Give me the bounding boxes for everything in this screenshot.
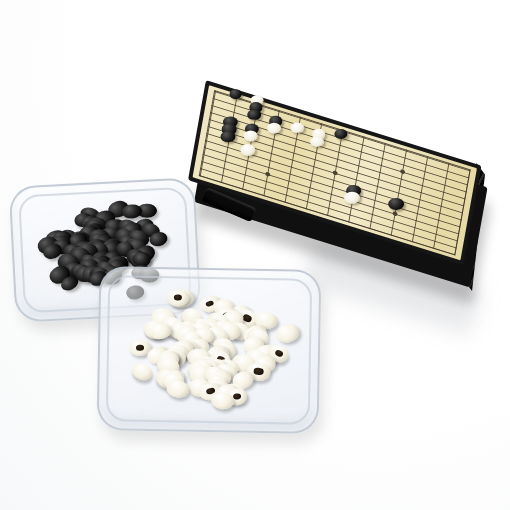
star-point bbox=[265, 171, 270, 176]
go-board bbox=[188, 80, 482, 266]
board-surface bbox=[193, 85, 477, 260]
white-stone-heap bbox=[111, 280, 307, 419]
magnet-dot bbox=[174, 295, 183, 301]
star-point bbox=[332, 170, 337, 175]
board-grid bbox=[199, 90, 471, 256]
white-stone-tray bbox=[97, 266, 322, 434]
white-tray-stone bbox=[149, 322, 173, 341]
white-tray-stone bbox=[165, 379, 190, 399]
white-tray-stone bbox=[129, 360, 154, 383]
star-point bbox=[273, 129, 278, 134]
magnet-dot bbox=[273, 349, 283, 358]
magnet-dot bbox=[233, 393, 242, 400]
magnet-dot bbox=[254, 367, 264, 374]
go-set-product-photo bbox=[0, 0, 510, 510]
magnet-dot bbox=[136, 345, 145, 351]
star-point bbox=[392, 211, 397, 216]
white-tray-stone bbox=[274, 322, 301, 345]
star-point bbox=[400, 169, 405, 174]
black-tray-stone bbox=[121, 204, 142, 220]
